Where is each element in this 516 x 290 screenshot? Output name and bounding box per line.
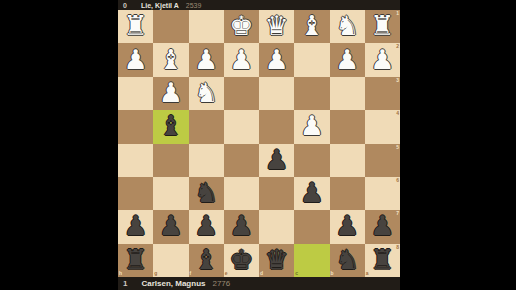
file-label-h: h bbox=[119, 271, 122, 276]
square-f8[interactable]: ♝f bbox=[189, 244, 224, 277]
rank-label-4: 4 bbox=[396, 111, 399, 116]
black-rook[interactable]: ♜ bbox=[370, 246, 394, 273]
app-window: 0 Lie, Kjetil A 2539 ♜♚♛♝♞♜1♟♝♟♟♟♟♟2♟♞3♝… bbox=[0, 0, 516, 290]
top-player-score: 0 bbox=[123, 2, 127, 9]
white-knight[interactable]: ♞ bbox=[335, 12, 359, 39]
black-pawn[interactable]: ♟ bbox=[265, 146, 289, 173]
white-pawn[interactable]: ♟ bbox=[124, 46, 148, 73]
square-e3[interactable] bbox=[224, 77, 259, 110]
square-e7[interactable]: ♟ bbox=[224, 210, 259, 243]
white-pawn[interactable]: ♟ bbox=[229, 46, 253, 73]
chess-board: ♜♚♛♝♞♜1♟♝♟♟♟♟♟2♟♞3♝♟4♟5♞♟6♟♟♟♟♟♟7♜hg♝f♚e… bbox=[118, 10, 400, 277]
file-label-d: d bbox=[260, 271, 263, 276]
white-pawn[interactable]: ♟ bbox=[300, 112, 324, 139]
black-king[interactable]: ♚ bbox=[229, 246, 253, 273]
square-d6[interactable] bbox=[259, 177, 294, 210]
square-g8[interactable]: g bbox=[153, 244, 188, 277]
square-a3[interactable]: 3 bbox=[365, 77, 400, 110]
square-f5[interactable] bbox=[189, 144, 224, 177]
white-rook[interactable]: ♜ bbox=[124, 12, 148, 39]
bottom-player-score: 1 bbox=[123, 279, 127, 288]
black-pawn[interactable]: ♟ bbox=[335, 212, 359, 239]
chess-game-panel: 0 Lie, Kjetil A 2539 ♜♚♛♝♞♜1♟♝♟♟♟♟♟2♟♞3♝… bbox=[118, 0, 400, 290]
black-bishop[interactable]: ♝ bbox=[159, 112, 183, 139]
white-bishop[interactable]: ♝ bbox=[159, 46, 183, 73]
square-d1[interactable]: ♛ bbox=[259, 10, 294, 43]
square-c8[interactable]: c bbox=[294, 244, 329, 277]
rank-label-2: 2 bbox=[396, 44, 399, 49]
white-pawn[interactable]: ♟ bbox=[159, 79, 183, 106]
square-h2[interactable]: ♟ bbox=[118, 43, 153, 76]
rank-label-6: 6 bbox=[396, 178, 399, 183]
square-f4[interactable] bbox=[189, 110, 224, 143]
square-h6[interactable] bbox=[118, 177, 153, 210]
square-f2[interactable]: ♟ bbox=[189, 43, 224, 76]
white-knight[interactable]: ♞ bbox=[194, 79, 218, 106]
square-b4[interactable] bbox=[330, 110, 365, 143]
square-h7[interactable]: ♟ bbox=[118, 210, 153, 243]
black-pawn[interactable]: ♟ bbox=[300, 179, 324, 206]
white-pawn[interactable]: ♟ bbox=[370, 46, 394, 73]
square-f1[interactable] bbox=[189, 10, 224, 43]
square-h5[interactable] bbox=[118, 144, 153, 177]
black-knight[interactable]: ♞ bbox=[335, 246, 359, 273]
white-queen[interactable]: ♛ bbox=[265, 12, 289, 39]
square-g4[interactable]: ♝ bbox=[153, 110, 188, 143]
square-c6[interactable]: ♟ bbox=[294, 177, 329, 210]
black-queen[interactable]: ♛ bbox=[265, 246, 289, 273]
square-d2[interactable]: ♟ bbox=[259, 43, 294, 76]
square-g2[interactable]: ♝ bbox=[153, 43, 188, 76]
square-b2[interactable]: ♟ bbox=[330, 43, 365, 76]
square-c1[interactable]: ♝ bbox=[294, 10, 329, 43]
square-g1[interactable] bbox=[153, 10, 188, 43]
square-d5[interactable]: ♟ bbox=[259, 144, 294, 177]
white-bishop[interactable]: ♝ bbox=[300, 12, 324, 39]
square-e2[interactable]: ♟ bbox=[224, 43, 259, 76]
square-d3[interactable] bbox=[259, 77, 294, 110]
square-c2[interactable] bbox=[294, 43, 329, 76]
square-c3[interactable] bbox=[294, 77, 329, 110]
square-f6[interactable]: ♞ bbox=[189, 177, 224, 210]
square-e1[interactable]: ♚ bbox=[224, 10, 259, 43]
square-b3[interactable] bbox=[330, 77, 365, 110]
square-b8[interactable]: ♞b bbox=[330, 244, 365, 277]
rank-label-5: 5 bbox=[396, 145, 399, 150]
bottom-player-name: Carlsen, Magnus bbox=[141, 279, 205, 288]
square-c5[interactable] bbox=[294, 144, 329, 177]
black-knight[interactable]: ♞ bbox=[194, 179, 218, 206]
black-pawn[interactable]: ♟ bbox=[124, 212, 148, 239]
rank-label-1: 1 bbox=[396, 11, 399, 16]
top-player-rating: 2539 bbox=[186, 2, 202, 9]
top-player-bar: 0 Lie, Kjetil A 2539 bbox=[118, 0, 400, 10]
square-e5[interactable] bbox=[224, 144, 259, 177]
square-e4[interactable] bbox=[224, 110, 259, 143]
square-e8[interactable]: ♚e bbox=[224, 244, 259, 277]
file-label-b: b bbox=[331, 271, 334, 276]
file-label-a: a bbox=[366, 271, 369, 276]
square-h8[interactable]: ♜h bbox=[118, 244, 153, 277]
square-h4[interactable] bbox=[118, 110, 153, 143]
white-king[interactable]: ♚ bbox=[229, 12, 253, 39]
square-a2[interactable]: ♟2 bbox=[365, 43, 400, 76]
square-b5[interactable] bbox=[330, 144, 365, 177]
square-a6[interactable]: 6 bbox=[365, 177, 400, 210]
square-b1[interactable]: ♞ bbox=[330, 10, 365, 43]
black-pawn[interactable]: ♟ bbox=[370, 212, 394, 239]
white-pawn[interactable]: ♟ bbox=[335, 46, 359, 73]
rank-label-8: 8 bbox=[396, 245, 399, 250]
square-a8[interactable]: ♜8a bbox=[365, 244, 400, 277]
black-bishop[interactable]: ♝ bbox=[194, 246, 218, 273]
square-f7[interactable]: ♟ bbox=[189, 210, 224, 243]
bottom-player-rating: 2776 bbox=[212, 279, 230, 288]
file-label-f: f bbox=[190, 271, 192, 276]
top-player-name: Lie, Kjetil A bbox=[141, 2, 179, 9]
black-rook[interactable]: ♜ bbox=[124, 246, 148, 273]
file-label-e: e bbox=[225, 271, 228, 276]
square-a5[interactable]: 5 bbox=[365, 144, 400, 177]
square-d4[interactable] bbox=[259, 110, 294, 143]
square-d7[interactable] bbox=[259, 210, 294, 243]
white-pawn[interactable]: ♟ bbox=[265, 46, 289, 73]
square-g5[interactable] bbox=[153, 144, 188, 177]
rank-label-3: 3 bbox=[396, 78, 399, 83]
square-h3[interactable] bbox=[118, 77, 153, 110]
white-rook[interactable]: ♜ bbox=[370, 12, 394, 39]
black-pawn[interactable]: ♟ bbox=[229, 212, 253, 239]
square-b7[interactable]: ♟ bbox=[330, 210, 365, 243]
square-a7[interactable]: ♟7 bbox=[365, 210, 400, 243]
bottom-player-bar: 1 Carlsen, Magnus 2776 bbox=[118, 277, 400, 290]
square-b6[interactable] bbox=[330, 177, 365, 210]
square-f3[interactable]: ♞ bbox=[189, 77, 224, 110]
square-c4[interactable]: ♟ bbox=[294, 110, 329, 143]
black-pawn[interactable]: ♟ bbox=[194, 212, 218, 239]
square-g6[interactable] bbox=[153, 177, 188, 210]
square-g3[interactable]: ♟ bbox=[153, 77, 188, 110]
square-g7[interactable]: ♟ bbox=[153, 210, 188, 243]
square-d8[interactable]: ♛d bbox=[259, 244, 294, 277]
square-a4[interactable]: 4 bbox=[365, 110, 400, 143]
file-label-c: c bbox=[295, 271, 298, 276]
square-a1[interactable]: ♜1 bbox=[365, 10, 400, 43]
square-h1[interactable]: ♜ bbox=[118, 10, 153, 43]
rank-label-7: 7 bbox=[396, 211, 399, 216]
square-c7[interactable] bbox=[294, 210, 329, 243]
square-e6[interactable] bbox=[224, 177, 259, 210]
white-pawn[interactable]: ♟ bbox=[194, 46, 218, 73]
file-label-g: g bbox=[154, 271, 157, 276]
black-pawn[interactable]: ♟ bbox=[159, 212, 183, 239]
